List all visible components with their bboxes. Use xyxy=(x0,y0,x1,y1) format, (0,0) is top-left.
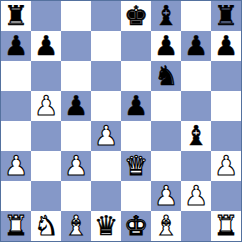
black-bishop[interactable]: ♝ xyxy=(154,2,178,29)
black-pawn[interactable]: ♟ xyxy=(184,32,208,59)
white-pawn[interactable]: ♟ xyxy=(154,182,178,209)
square-f7[interactable]: ♟ xyxy=(151,31,181,61)
black-pawn[interactable]: ♟ xyxy=(64,92,88,119)
square-g5[interactable] xyxy=(181,91,211,121)
square-f3[interactable] xyxy=(151,151,181,181)
square-d5[interactable] xyxy=(91,91,121,121)
square-h5[interactable] xyxy=(211,91,241,121)
square-h1[interactable]: ♜ xyxy=(211,211,241,241)
square-h2[interactable] xyxy=(211,181,241,211)
white-rook[interactable]: ♜ xyxy=(214,212,238,239)
square-a3[interactable]: ♟ xyxy=(1,151,31,181)
square-e3[interactable]: ♛ xyxy=(121,151,151,181)
square-d3[interactable] xyxy=(91,151,121,181)
square-e6[interactable] xyxy=(121,61,151,91)
white-pawn[interactable]: ♟ xyxy=(184,182,208,209)
square-f8[interactable]: ♝ xyxy=(151,1,181,31)
black-pawn[interactable]: ♟ xyxy=(4,32,28,59)
square-d1[interactable]: ♛ xyxy=(91,211,121,241)
chess-board: ♜♚♝♜♟♟♟♟♟♞♟♟♟♟♝♟♟♛♟♟♟♜♞♝♛♚♝♜ xyxy=(0,0,242,242)
square-g1[interactable] xyxy=(181,211,211,241)
square-b7[interactable]: ♟ xyxy=(31,31,61,61)
square-b4[interactable] xyxy=(31,121,61,151)
black-pawn[interactable]: ♟ xyxy=(124,92,148,119)
square-a5[interactable] xyxy=(1,91,31,121)
square-b1[interactable]: ♞ xyxy=(31,211,61,241)
white-pawn[interactable]: ♟ xyxy=(64,152,88,179)
white-queen[interactable]: ♛ xyxy=(124,152,148,179)
square-b2[interactable] xyxy=(31,181,61,211)
square-f5[interactable] xyxy=(151,91,181,121)
square-e4[interactable] xyxy=(121,121,151,151)
square-c8[interactable] xyxy=(61,1,91,31)
square-a8[interactable]: ♜ xyxy=(1,1,31,31)
white-pawn[interactable]: ♟ xyxy=(94,122,118,149)
square-h3[interactable]: ♟ xyxy=(211,151,241,181)
white-bishop[interactable]: ♝ xyxy=(64,212,88,239)
square-d7[interactable] xyxy=(91,31,121,61)
white-pawn[interactable]: ♟ xyxy=(34,92,58,119)
white-pawn[interactable]: ♟ xyxy=(4,152,28,179)
square-c1[interactable]: ♝ xyxy=(61,211,91,241)
black-king[interactable]: ♚ xyxy=(124,2,148,29)
square-c3[interactable]: ♟ xyxy=(61,151,91,181)
white-knight[interactable]: ♞ xyxy=(34,212,58,239)
square-g3[interactable] xyxy=(181,151,211,181)
square-e5[interactable]: ♟ xyxy=(121,91,151,121)
square-a6[interactable] xyxy=(1,61,31,91)
square-a7[interactable]: ♟ xyxy=(1,31,31,61)
square-b6[interactable] xyxy=(31,61,61,91)
black-pawn[interactable]: ♟ xyxy=(214,32,238,59)
black-rook[interactable]: ♜ xyxy=(214,2,238,29)
square-c7[interactable] xyxy=(61,31,91,61)
square-f2[interactable]: ♟ xyxy=(151,181,181,211)
black-queen[interactable]: ♛ xyxy=(94,212,118,239)
square-f6[interactable]: ♞ xyxy=(151,61,181,91)
square-g4[interactable]: ♝ xyxy=(181,121,211,151)
square-d4[interactable]: ♟ xyxy=(91,121,121,151)
white-king[interactable]: ♚ xyxy=(124,212,148,239)
square-b3[interactable] xyxy=(31,151,61,181)
white-pawn[interactable]: ♟ xyxy=(214,152,238,179)
square-a2[interactable] xyxy=(1,181,31,211)
square-e1[interactable]: ♚ xyxy=(121,211,151,241)
square-a1[interactable]: ♜ xyxy=(1,211,31,241)
square-f4[interactable] xyxy=(151,121,181,151)
white-rook[interactable]: ♜ xyxy=(4,212,28,239)
square-d8[interactable] xyxy=(91,1,121,31)
square-h8[interactable]: ♜ xyxy=(211,1,241,31)
square-c6[interactable] xyxy=(61,61,91,91)
square-h6[interactable] xyxy=(211,61,241,91)
square-h7[interactable]: ♟ xyxy=(211,31,241,61)
black-knight[interactable]: ♞ xyxy=(154,62,178,89)
black-bishop[interactable]: ♝ xyxy=(184,122,208,149)
black-pawn[interactable]: ♟ xyxy=(34,32,58,59)
square-g6[interactable] xyxy=(181,61,211,91)
square-b8[interactable] xyxy=(31,1,61,31)
square-f1[interactable]: ♝ xyxy=(151,211,181,241)
square-c4[interactable] xyxy=(61,121,91,151)
square-g2[interactable]: ♟ xyxy=(181,181,211,211)
square-e2[interactable] xyxy=(121,181,151,211)
square-g7[interactable]: ♟ xyxy=(181,31,211,61)
square-c5[interactable]: ♟ xyxy=(61,91,91,121)
black-pawn[interactable]: ♟ xyxy=(154,32,178,59)
square-g8[interactable] xyxy=(181,1,211,31)
square-d6[interactable] xyxy=(91,61,121,91)
square-h4[interactable] xyxy=(211,121,241,151)
square-e8[interactable]: ♚ xyxy=(121,1,151,31)
square-d2[interactable] xyxy=(91,181,121,211)
square-e7[interactable] xyxy=(121,31,151,61)
square-c2[interactable] xyxy=(61,181,91,211)
white-bishop[interactable]: ♝ xyxy=(154,212,178,239)
square-a4[interactable] xyxy=(1,121,31,151)
black-rook[interactable]: ♜ xyxy=(4,2,28,29)
square-b5[interactable]: ♟ xyxy=(31,91,61,121)
